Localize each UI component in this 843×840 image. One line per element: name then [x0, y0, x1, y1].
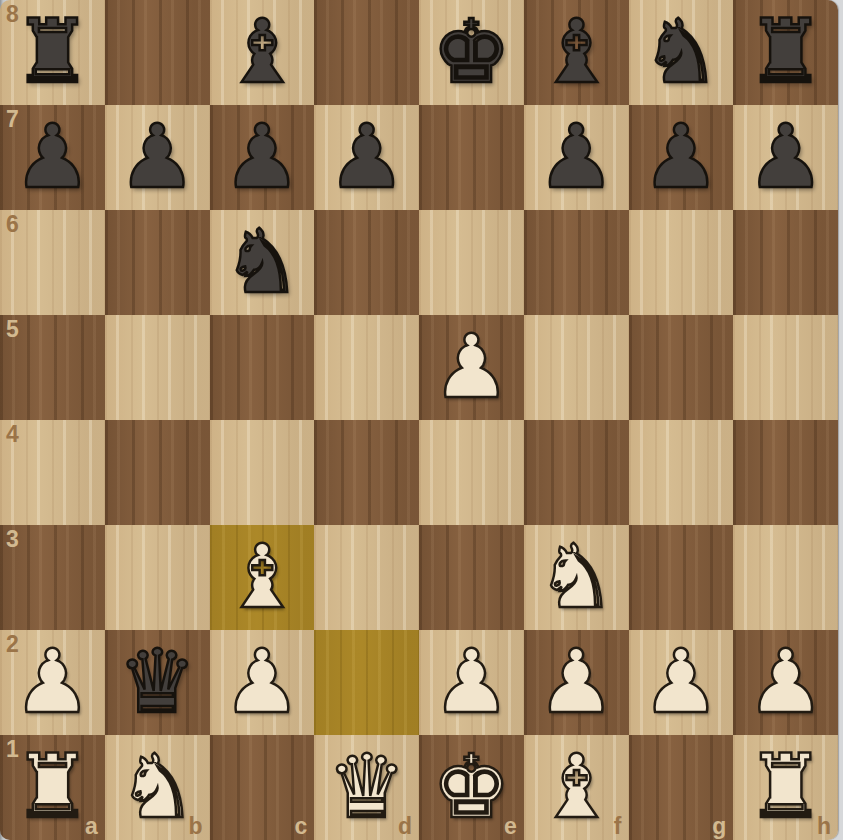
square-g4[interactable] [629, 420, 734, 525]
square-g2[interactable]: ♟ [629, 630, 734, 735]
square-b5[interactable] [105, 315, 210, 420]
piece-black-pawn-g7[interactable]: ♟ [629, 105, 734, 210]
square-a8[interactable]: 8♜ [0, 0, 105, 105]
square-b4[interactable] [105, 420, 210, 525]
piece-black-pawn-a7[interactable]: ♟ [0, 105, 105, 210]
square-f1[interactable]: f♝ [524, 735, 629, 840]
square-h1[interactable]: h♜ [733, 735, 838, 840]
file-label-g: g [712, 815, 726, 838]
square-a3[interactable]: 3 [0, 525, 105, 630]
rank-label-5: 5 [6, 318, 19, 341]
piece-white-pawn-h2[interactable]: ♟ [733, 630, 838, 735]
square-h3[interactable] [733, 525, 838, 630]
square-c4[interactable] [210, 420, 315, 525]
rank-label-3: 3 [6, 528, 19, 551]
square-e2[interactable]: ♟ [419, 630, 524, 735]
rank-label-4: 4 [6, 423, 19, 446]
piece-black-pawn-h7[interactable]: ♟ [733, 105, 838, 210]
square-h5[interactable] [733, 315, 838, 420]
piece-white-pawn-g2[interactable]: ♟ [629, 630, 734, 735]
square-e8[interactable]: ♚ [419, 0, 524, 105]
square-f4[interactable] [524, 420, 629, 525]
square-c8[interactable]: ♝ [210, 0, 315, 105]
square-c6[interactable]: ♞ [210, 210, 315, 315]
piece-black-bishop-c8[interactable]: ♝ [210, 0, 315, 105]
piece-black-pawn-b7[interactable]: ♟ [105, 105, 210, 210]
square-d8[interactable] [314, 0, 419, 105]
square-d5[interactable] [314, 315, 419, 420]
square-b8[interactable] [105, 0, 210, 105]
square-f6[interactable] [524, 210, 629, 315]
square-d6[interactable] [314, 210, 419, 315]
square-f7[interactable]: ♟ [524, 105, 629, 210]
square-b7[interactable]: ♟ [105, 105, 210, 210]
piece-white-pawn-f2[interactable]: ♟ [524, 630, 629, 735]
square-d4[interactable] [314, 420, 419, 525]
piece-black-knight-g8[interactable]: ♞ [629, 0, 734, 105]
piece-white-bishop-c3[interactable]: ♝ [210, 525, 315, 630]
square-g1[interactable]: g [629, 735, 734, 840]
piece-white-pawn-e2[interactable]: ♟ [419, 630, 524, 735]
square-e1[interactable]: e♚ [419, 735, 524, 840]
square-h8[interactable]: ♜ [733, 0, 838, 105]
square-h4[interactable] [733, 420, 838, 525]
square-b2[interactable]: ♛ [105, 630, 210, 735]
square-e4[interactable] [419, 420, 524, 525]
square-e7[interactable] [419, 105, 524, 210]
rank-label-6: 6 [6, 213, 19, 236]
piece-white-rook-h1[interactable]: ♜ [733, 735, 838, 840]
piece-white-knight-f3[interactable]: ♞ [524, 525, 629, 630]
square-c2[interactable]: ♟ [210, 630, 315, 735]
square-a1[interactable]: 1a♜ [0, 735, 105, 840]
square-g5[interactable] [629, 315, 734, 420]
square-c5[interactable] [210, 315, 315, 420]
piece-black-rook-a8[interactable]: ♜ [0, 0, 105, 105]
square-d3[interactable] [314, 525, 419, 630]
square-d7[interactable]: ♟ [314, 105, 419, 210]
piece-white-pawn-c2[interactable]: ♟ [210, 630, 315, 735]
square-e5[interactable]: ♟ [419, 315, 524, 420]
piece-black-pawn-c7[interactable]: ♟ [210, 105, 315, 210]
square-a6[interactable]: 6 [0, 210, 105, 315]
square-h2[interactable]: ♟ [733, 630, 838, 735]
square-g8[interactable]: ♞ [629, 0, 734, 105]
piece-white-queen-d1[interactable]: ♛ [314, 735, 419, 840]
square-f2[interactable]: ♟ [524, 630, 629, 735]
piece-black-bishop-f8[interactable]: ♝ [524, 0, 629, 105]
square-h6[interactable] [733, 210, 838, 315]
piece-white-rook-a1[interactable]: ♜ [0, 735, 105, 840]
square-d1[interactable]: d♛ [314, 735, 419, 840]
square-f3[interactable]: ♞ [524, 525, 629, 630]
square-a4[interactable]: 4 [0, 420, 105, 525]
square-b3[interactable] [105, 525, 210, 630]
piece-black-rook-h8[interactable]: ♜ [733, 0, 838, 105]
square-g6[interactable] [629, 210, 734, 315]
square-f5[interactable] [524, 315, 629, 420]
page-background: 8♜♝♚♝♞♜7♟♟♟♟♟♟♟6♞5♟43♝♞2♟♛♟♟♟♟♟1a♜b♞cd♛e… [0, 0, 843, 840]
piece-black-king-e8[interactable]: ♚ [419, 0, 524, 105]
square-g3[interactable] [629, 525, 734, 630]
piece-black-pawn-f7[interactable]: ♟ [524, 105, 629, 210]
chess-board: 8♜♝♚♝♞♜7♟♟♟♟♟♟♟6♞5♟43♝♞2♟♛♟♟♟♟♟1a♜b♞cd♛e… [0, 0, 838, 840]
square-c3[interactable]: ♝ [210, 525, 315, 630]
piece-white-king-e1[interactable]: ♚ [419, 735, 524, 840]
piece-white-pawn-a2[interactable]: ♟ [0, 630, 105, 735]
piece-black-knight-c6[interactable]: ♞ [210, 210, 315, 315]
square-g7[interactable]: ♟ [629, 105, 734, 210]
square-e3[interactable] [419, 525, 524, 630]
square-c1[interactable]: c [210, 735, 315, 840]
piece-black-queen-b2[interactable]: ♛ [105, 630, 210, 735]
square-h7[interactable]: ♟ [733, 105, 838, 210]
square-d2[interactable] [314, 630, 419, 735]
square-a7[interactable]: 7♟ [0, 105, 105, 210]
piece-white-bishop-f1[interactable]: ♝ [524, 735, 629, 840]
square-a2[interactable]: 2♟ [0, 630, 105, 735]
square-f8[interactable]: ♝ [524, 0, 629, 105]
piece-black-pawn-d7[interactable]: ♟ [314, 105, 419, 210]
file-label-c: c [294, 815, 307, 838]
piece-white-pawn-e5[interactable]: ♟ [419, 315, 524, 420]
piece-white-knight-b1[interactable]: ♞ [105, 735, 210, 840]
square-c7[interactable]: ♟ [210, 105, 315, 210]
square-a5[interactable]: 5 [0, 315, 105, 420]
square-b6[interactable] [105, 210, 210, 315]
square-b1[interactable]: b♞ [105, 735, 210, 840]
square-e6[interactable] [419, 210, 524, 315]
